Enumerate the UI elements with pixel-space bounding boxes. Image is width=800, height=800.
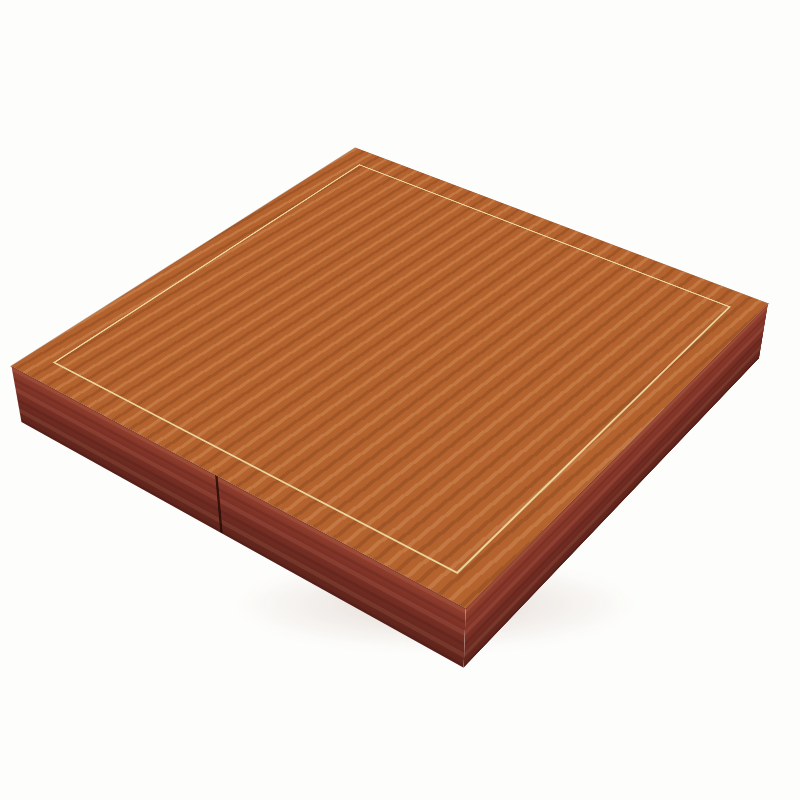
product-photo-stage (0, 0, 800, 800)
box-fold-seam-side (215, 475, 223, 534)
chess-box-3d (11, 148, 768, 609)
scene-3d (0, 0, 800, 800)
